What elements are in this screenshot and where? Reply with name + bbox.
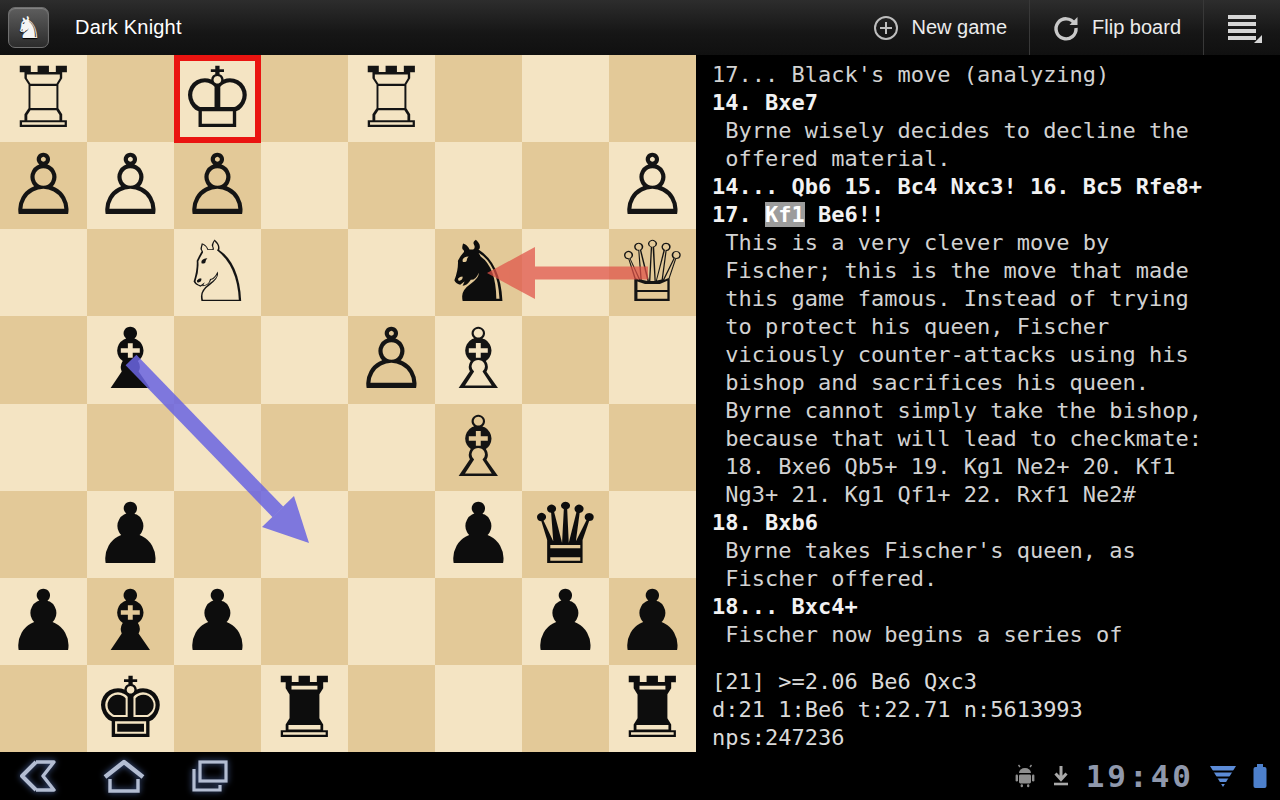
square-h2[interactable]: ♙ (0, 142, 87, 229)
move-line[interactable]: 18... Bxc4+ (712, 593, 1280, 621)
square-d7[interactable] (348, 578, 435, 665)
comment-line[interactable]: this game famous. Instead of trying (712, 285, 1280, 313)
square-h8[interactable] (0, 665, 87, 752)
comment-line[interactable]: Ng3+ 21. Kg1 Qf1+ 22. Rxf1 Ne2# (712, 481, 1280, 509)
square-b7[interactable]: ♟ (522, 578, 609, 665)
square-c3[interactable]: ♞ (435, 229, 522, 316)
black-bishop: ♝ (93, 578, 168, 665)
square-a7[interactable]: ♟ (609, 578, 696, 665)
square-a2[interactable]: ♙ (609, 142, 696, 229)
square-c8[interactable] (435, 665, 522, 752)
square-h1[interactable]: ♖ (0, 55, 87, 142)
comment-line[interactable]: Fischer now begins a series of (712, 621, 1280, 649)
comment-line[interactable]: offered material. (712, 145, 1280, 173)
square-e1[interactable] (261, 55, 348, 142)
square-d5[interactable] (348, 404, 435, 491)
white-rook: ♖ (354, 55, 429, 142)
white-pawn: ♙ (615, 142, 690, 229)
square-g6[interactable]: ♟ (87, 491, 174, 578)
square-f5[interactable] (174, 404, 261, 491)
square-g2[interactable]: ♙ (87, 142, 174, 229)
square-c5[interactable]: ♗ (435, 404, 522, 491)
square-b8[interactable] (522, 665, 609, 752)
white-pawn: ♙ (6, 142, 81, 229)
square-g5[interactable] (87, 404, 174, 491)
white-rook: ♖ (6, 55, 81, 142)
menu-icon (1228, 12, 1256, 43)
black-pawn: ♟ (528, 578, 603, 665)
white-queen: ♕ (615, 229, 690, 316)
app-logo: ♞ (8, 7, 49, 48)
black-pawn: ♟ (180, 578, 255, 665)
square-c7[interactable] (435, 578, 522, 665)
square-a3[interactable]: ♕ (609, 229, 696, 316)
new-game-label: New game (911, 16, 1007, 39)
square-d8[interactable] (348, 665, 435, 752)
comment-line[interactable]: 18. Bxe6 Qb5+ 19. Kg1 Ne2+ 20. Kf1 (712, 453, 1280, 481)
comment-line[interactable]: 17... Black's move (analyzing) (712, 61, 1280, 89)
action-bar: ♞ Dark Knight New game Flip board (0, 0, 1280, 55)
comment-line[interactable]: This is a very clever move by (712, 229, 1280, 257)
nav-buttons (0, 757, 232, 795)
engine-line: nps:247236 (712, 724, 1280, 752)
recents-button[interactable] (186, 757, 232, 795)
square-b6[interactable]: ♛ (522, 491, 609, 578)
comment-line[interactable]: Fischer; this is the move that made (712, 257, 1280, 285)
square-g3[interactable] (87, 229, 174, 316)
square-g1[interactable] (87, 55, 174, 142)
knight-logo-icon: ♞ (15, 13, 42, 43)
square-h7[interactable]: ♟ (0, 578, 87, 665)
square-f7[interactable]: ♟ (174, 578, 261, 665)
square-h6[interactable] (0, 491, 87, 578)
black-queen: ♛ (528, 491, 603, 578)
square-a4[interactable] (609, 316, 696, 403)
new-game-button[interactable]: New game (851, 0, 1029, 55)
comment-line[interactable]: Byrne takes Fischer's queen, as (712, 537, 1280, 565)
move-line[interactable]: 17. Kf1 Be6!! (712, 201, 1280, 229)
chess-board[interactable]: ♖♔♖♙♙♙♙♘♞♕♝♙♗♗♟♟♛♟♝♟♟♟♚♜♜ (0, 55, 696, 752)
square-e8[interactable]: ♜ (261, 665, 348, 752)
system-bar: 19:40 (0, 752, 1280, 800)
move-line[interactable]: 14. Bxe7 (712, 89, 1280, 117)
square-c4[interactable]: ♗ (435, 316, 522, 403)
status-area: 19:40 (1014, 752, 1280, 800)
black-knight: ♞ (441, 229, 516, 316)
square-c1[interactable] (435, 55, 522, 142)
square-c2[interactable] (435, 142, 522, 229)
square-d3[interactable] (348, 229, 435, 316)
square-a8[interactable]: ♜ (609, 665, 696, 752)
square-b5[interactable] (522, 404, 609, 491)
engine-line: d:21 1:Be6 t:22.71 n:5613993 (712, 696, 1280, 724)
comment-line[interactable]: Fischer offered. (712, 565, 1280, 593)
black-king: ♚ (93, 665, 168, 752)
square-h5[interactable] (0, 404, 87, 491)
white-pawn: ♙ (93, 142, 168, 229)
comment-line[interactable]: Byrne cannot simply take the bishop, (712, 397, 1280, 425)
comment-line[interactable]: bishop and sacrifices his queen. (712, 369, 1280, 397)
square-f1[interactable]: ♔ (174, 55, 261, 142)
black-bishop: ♝ (93, 316, 168, 403)
white-pawn: ♙ (180, 142, 255, 229)
back-button[interactable] (16, 757, 62, 795)
home-button[interactable] (100, 757, 148, 795)
current-move-highlight: Kf1 (765, 202, 805, 227)
engine-line: [21] >=2.06 Be6 Qxc3 (712, 668, 1280, 696)
square-f6[interactable] (174, 491, 261, 578)
square-d2[interactable] (348, 142, 435, 229)
flip-board-button[interactable]: Flip board (1030, 0, 1203, 55)
square-a6[interactable] (609, 491, 696, 578)
square-b3[interactable] (522, 229, 609, 316)
square-f2[interactable]: ♙ (174, 142, 261, 229)
app-title: Dark Knight (75, 16, 182, 39)
signal-icon (1208, 763, 1238, 789)
download-status-icon (1050, 764, 1072, 788)
android-status-icon (1014, 764, 1036, 788)
square-e3[interactable] (261, 229, 348, 316)
square-e7[interactable] (261, 578, 348, 665)
white-king: ♔ (180, 55, 255, 142)
black-pawn: ♟ (441, 491, 516, 578)
square-b2[interactable] (522, 142, 609, 229)
square-e5[interactable] (261, 404, 348, 491)
square-g7[interactable]: ♝ (87, 578, 174, 665)
clock[interactable]: 19:40 (1086, 752, 1194, 800)
square-d6[interactable] (348, 491, 435, 578)
square-b4[interactable] (522, 316, 609, 403)
square-h3[interactable] (0, 229, 87, 316)
square-b1[interactable] (522, 55, 609, 142)
square-g4[interactable]: ♝ (87, 316, 174, 403)
white-knight: ♘ (180, 229, 255, 316)
analysis-panel: 17... Black's move (analyzing)14. Bxe7 B… (696, 55, 1280, 752)
black-pawn: ♟ (615, 578, 690, 665)
black-pawn: ♟ (93, 491, 168, 578)
engine-output: [21] >=2.06 Be6 Qxc3d:21 1:Be6 t:22.71 n… (712, 654, 1280, 752)
square-e6[interactable] (261, 491, 348, 578)
black-pawn: ♟ (6, 578, 81, 665)
white-pawn: ♙ (354, 316, 429, 403)
comment-line[interactable]: Byrne wisely decides to decline the (712, 117, 1280, 145)
square-h4[interactable] (0, 316, 87, 403)
black-rook: ♜ (615, 665, 690, 752)
black-rook: ♜ (267, 665, 342, 752)
flip-board-label: Flip board (1092, 16, 1181, 39)
square-f8[interactable] (174, 665, 261, 752)
white-bishop: ♗ (441, 404, 516, 491)
white-bishop: ♗ (441, 316, 516, 403)
square-a5[interactable] (609, 404, 696, 491)
analysis-text[interactable]: 17... Black's move (analyzing)14. Bxe7 B… (712, 61, 1280, 654)
comment-line[interactable]: because that will lead to checkmate: (712, 425, 1280, 453)
square-f3[interactable]: ♘ (174, 229, 261, 316)
square-d4[interactable]: ♙ (348, 316, 435, 403)
action-bar-buttons: New game Flip board (851, 0, 1280, 55)
square-a1[interactable] (609, 55, 696, 142)
plus-icon (873, 15, 899, 41)
refresh-icon (1052, 14, 1080, 42)
square-e4[interactable] (261, 316, 348, 403)
move-line[interactable]: 18. Bxb6 (712, 509, 1280, 537)
comment-line[interactable]: viciously counter-attacks using his (712, 341, 1280, 369)
square-g8[interactable]: ♚ (87, 665, 174, 752)
square-e2[interactable] (261, 142, 348, 229)
overflow-menu-button[interactable] (1204, 0, 1280, 55)
battery-icon (1252, 762, 1268, 790)
square-c6[interactable]: ♟ (435, 491, 522, 578)
square-f4[interactable] (174, 316, 261, 403)
comment-line[interactable]: to protect his queen, Fischer (712, 313, 1280, 341)
square-d1[interactable]: ♖ (348, 55, 435, 142)
move-line[interactable]: 14... Qb6 15. Bc4 Nxc3! 16. Bc5 Rfe8+ (712, 173, 1280, 201)
